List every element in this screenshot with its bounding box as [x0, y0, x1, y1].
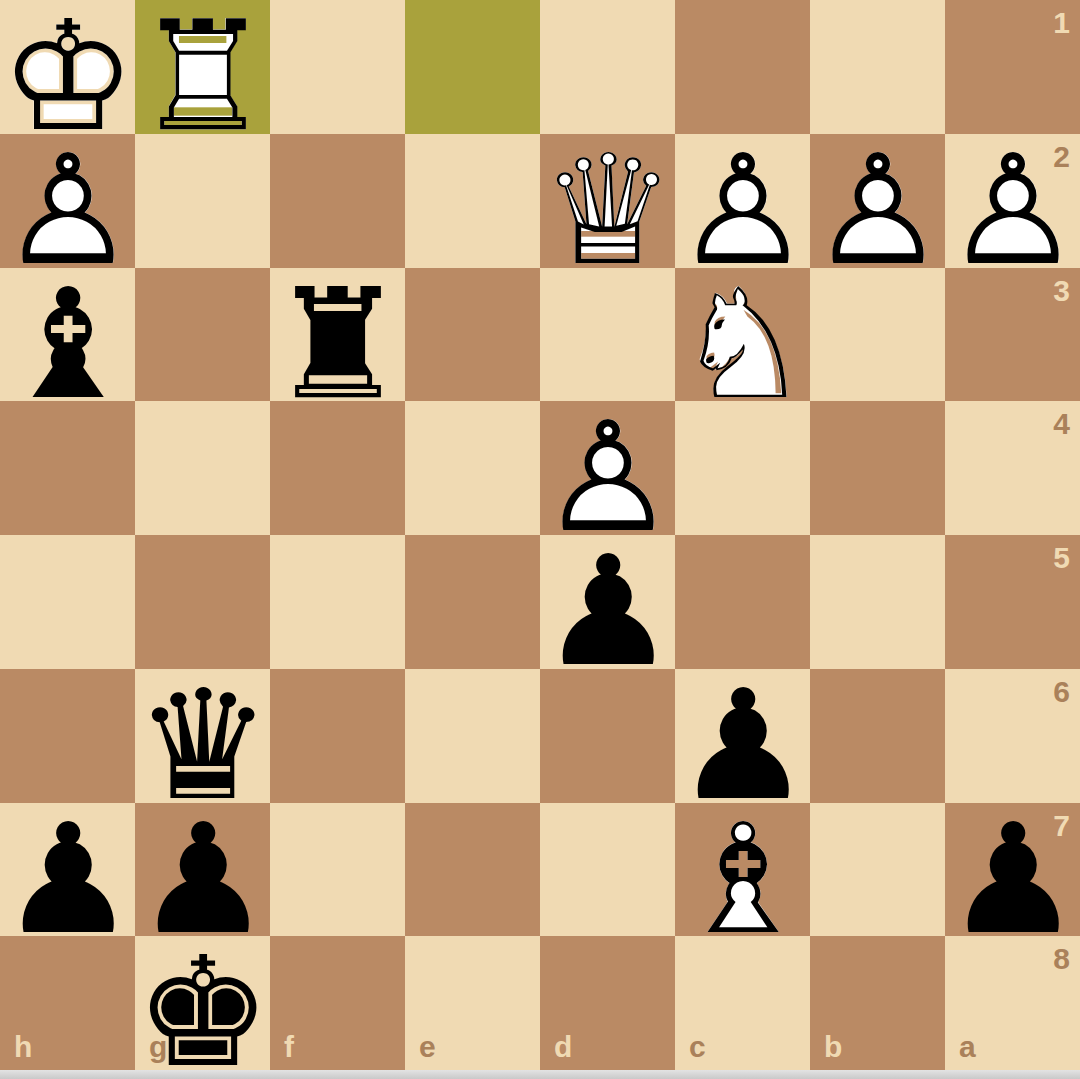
white-pawn-d4[interactable]: ♟♙	[540, 401, 675, 535]
black-king-g8[interactable]: ♚	[135, 936, 270, 1070]
square-e8[interactable]: e	[405, 936, 540, 1070]
square-b8[interactable]: b	[810, 936, 945, 1070]
square-h5[interactable]	[0, 535, 135, 669]
square-e6[interactable]	[405, 669, 540, 803]
square-g3[interactable]	[135, 268, 270, 402]
white-queen-d2[interactable]: ♛♕	[540, 134, 675, 268]
black-pawn-icon: ♟	[540, 545, 675, 679]
white-pawn-a2[interactable]: ♟♙	[945, 134, 1080, 268]
square-b1[interactable]	[810, 0, 945, 134]
square-f7[interactable]	[270, 803, 405, 937]
white-bishop-c7[interactable]: ♝♗	[675, 803, 810, 937]
black-pawn-icon: ♟	[0, 813, 135, 947]
square-e1[interactable]	[405, 0, 540, 134]
white-rook-icon: ♖	[135, 10, 270, 144]
black-pawn-icon: ♟	[945, 813, 1080, 947]
square-f6[interactable]	[270, 669, 405, 803]
square-b7[interactable]	[810, 803, 945, 937]
square-e3[interactable]	[405, 268, 540, 402]
black-pawn-c6[interactable]: ♟	[675, 669, 810, 803]
black-rook-icon: ♜	[270, 278, 405, 412]
white-pawn-b2[interactable]: ♟♙	[810, 134, 945, 268]
square-h6[interactable]	[0, 669, 135, 803]
square-a1[interactable]: 1	[945, 0, 1080, 134]
square-c1[interactable]	[675, 0, 810, 134]
square-c5[interactable]	[675, 535, 810, 669]
white-knight-c3[interactable]: ♞♘	[675, 268, 810, 402]
square-b4[interactable]	[810, 401, 945, 535]
chess-board: 1234567hgfedcb8a♚♔♜♖♟♙♛♕♟♙♟♙♟♙♝♜♞♘♟♙♟♛♟♟…	[0, 0, 1080, 1070]
black-bishop-h3[interactable]: ♝	[0, 268, 135, 402]
white-rook-g1[interactable]: ♜♖	[135, 0, 270, 134]
square-a6[interactable]: 6	[945, 669, 1080, 803]
black-pawn-g7[interactable]: ♟	[135, 803, 270, 937]
white-pawn-icon: ♙	[810, 144, 945, 278]
square-f5[interactable]	[270, 535, 405, 669]
black-pawn-h7[interactable]: ♟	[0, 803, 135, 937]
white-pawn-icon: ♙	[945, 144, 1080, 278]
black-bishop-icon: ♝	[0, 278, 135, 412]
square-g5[interactable]	[135, 535, 270, 669]
square-d8[interactable]: d	[540, 936, 675, 1070]
white-bishop-icon: ♗	[675, 813, 810, 947]
square-a5[interactable]: 5	[945, 535, 1080, 669]
square-f1[interactable]	[270, 0, 405, 134]
file-label-b: b	[824, 1032, 842, 1062]
black-rook-f3[interactable]: ♜	[270, 268, 405, 402]
square-e4[interactable]	[405, 401, 540, 535]
rank-label-4: 4	[1053, 409, 1070, 439]
white-king-h1[interactable]: ♚♔	[0, 0, 135, 134]
rank-label-1: 1	[1053, 8, 1070, 38]
white-queen-icon: ♕	[540, 144, 675, 278]
square-d7[interactable]	[540, 803, 675, 937]
square-d1[interactable]	[540, 0, 675, 134]
square-f8[interactable]: f	[270, 936, 405, 1070]
file-label-h: h	[14, 1032, 32, 1062]
white-pawn-c2[interactable]: ♟♙	[675, 134, 810, 268]
file-label-c: c	[689, 1032, 706, 1062]
white-pawn-h2[interactable]: ♟♙	[0, 134, 135, 268]
white-knight-icon: ♘	[675, 278, 810, 412]
square-b6[interactable]	[810, 669, 945, 803]
black-king-icon: ♚	[135, 946, 270, 1079]
square-e5[interactable]	[405, 535, 540, 669]
black-pawn-d5[interactable]: ♟	[540, 535, 675, 669]
black-pawn-a7[interactable]: ♟	[945, 803, 1080, 937]
square-a4[interactable]: 4	[945, 401, 1080, 535]
file-label-f: f	[284, 1032, 294, 1062]
square-b5[interactable]	[810, 535, 945, 669]
square-e7[interactable]	[405, 803, 540, 937]
square-f2[interactable]	[270, 134, 405, 268]
rank-label-6: 6	[1053, 677, 1070, 707]
file-label-d: d	[554, 1032, 572, 1062]
square-e2[interactable]	[405, 134, 540, 268]
square-g4[interactable]	[135, 401, 270, 535]
file-label-e: e	[419, 1032, 436, 1062]
rank-label-5: 5	[1053, 543, 1070, 573]
black-queen-g6[interactable]: ♛	[135, 669, 270, 803]
file-label-a: a	[959, 1032, 976, 1062]
